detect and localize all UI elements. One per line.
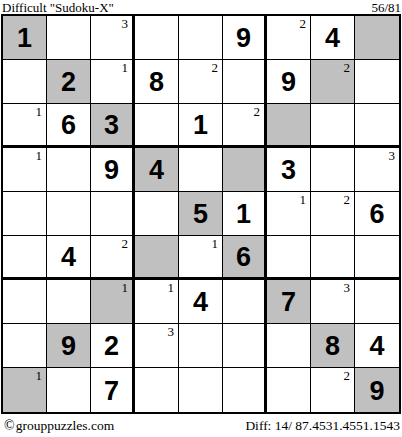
given-digit: 4: [61, 242, 76, 271]
cell-r4c3[interactable]: 9: [91, 148, 135, 192]
cell-r3c3[interactable]: 3: [91, 104, 135, 148]
given-digit: 9: [104, 155, 119, 184]
cell-r3c6[interactable]: 2: [223, 104, 267, 148]
cell-r7c4[interactable]: 1: [135, 280, 179, 324]
cell-r9c1[interactable]: 1: [3, 368, 47, 412]
pencil-mark: 1: [168, 281, 175, 294]
pencil-mark: 2: [300, 17, 307, 30]
pencil-mark: 1: [300, 193, 307, 206]
pencil-mark: 1: [122, 281, 129, 294]
cell-r3c5[interactable]: 1: [179, 104, 223, 148]
cell-r1c5[interactable]: [179, 16, 223, 60]
copyright: © grouppuzzles.com: [4, 418, 114, 433]
pencil-mark: 3: [344, 281, 351, 294]
cell-r6c8[interactable]: [311, 236, 355, 280]
pencil-mark: 2: [122, 237, 129, 250]
cell-r5c1[interactable]: [3, 192, 47, 236]
cell-r9c6[interactable]: [223, 368, 267, 412]
given-digit: 3: [104, 110, 119, 139]
cell-r4c4[interactable]: 4: [135, 148, 179, 192]
cell-r7c6[interactable]: [223, 280, 267, 324]
cell-r6c1[interactable]: [3, 236, 47, 280]
cell-r2c7[interactable]: 9: [267, 60, 311, 104]
cell-r2c1[interactable]: [3, 60, 47, 104]
cell-r1c4[interactable]: [135, 16, 179, 60]
given-digit: 1: [193, 110, 208, 139]
cell-r8c2[interactable]: 9: [47, 324, 91, 368]
pencil-mark: 2: [344, 193, 351, 206]
cell-r9c8[interactable]: 2: [311, 368, 355, 412]
cell-r2c3[interactable]: 1: [91, 60, 135, 104]
puzzle-page: Difficult "Sudoku-X" 56/81 1392421829216…: [0, 0, 402, 437]
cell-r5c2[interactable]: [47, 192, 91, 236]
cell-r2c9[interactable]: [355, 60, 399, 104]
cell-r6c9[interactable]: [355, 236, 399, 280]
copyright-icon: ©: [4, 418, 15, 433]
given-digit: 6: [236, 242, 251, 271]
cell-r4c9[interactable]: 3: [355, 148, 399, 192]
cell-r9c9[interactable]: 9: [355, 368, 399, 412]
cell-r4c5[interactable]: [179, 148, 223, 192]
cell-r1c8[interactable]: 4: [311, 16, 355, 60]
cell-r8c6[interactable]: [223, 324, 267, 368]
cell-r6c4[interactable]: [135, 236, 179, 280]
header: Difficult "Sudoku-X" 56/81: [0, 0, 402, 14]
progress-counter: 56/81: [371, 1, 401, 14]
cell-r7c3[interactable]: 1: [91, 280, 135, 324]
cell-r7c5[interactable]: 4: [179, 280, 223, 324]
given-digit: 9: [369, 376, 384, 405]
given-digit: 9: [236, 23, 251, 52]
cell-r7c7[interactable]: 7: [267, 280, 311, 324]
pencil-mark: 1: [36, 105, 43, 118]
sudoku-board: 1392421829216312194335112642161147392384…: [1, 14, 401, 414]
given-digit: 6: [61, 110, 76, 139]
pencil-mark: 3: [389, 149, 396, 162]
given-digit: 7: [281, 287, 296, 316]
given-digit: 4: [149, 155, 164, 184]
pencil-mark: 3: [122, 17, 129, 30]
cell-r2c2[interactable]: 2: [47, 60, 91, 104]
cell-r8c4[interactable]: 3: [135, 324, 179, 368]
cell-r7c9[interactable]: [355, 280, 399, 324]
given-digit: 3: [281, 155, 296, 184]
cell-r6c7[interactable]: [267, 236, 311, 280]
cell-r6c3[interactable]: 2: [91, 236, 135, 280]
cell-r5c8[interactable]: 2: [311, 192, 355, 236]
pencil-mark: 1: [36, 369, 43, 382]
cell-r9c7[interactable]: [267, 368, 311, 412]
pencil-mark: 2: [344, 369, 351, 382]
given-digit: 6: [369, 199, 384, 228]
cell-r7c8[interactable]: 3: [311, 280, 355, 324]
cell-r1c9[interactable]: [355, 16, 399, 60]
cell-r3c9[interactable]: [355, 104, 399, 148]
cell-r8c5[interactable]: [179, 324, 223, 368]
pencil-mark: 1: [212, 237, 219, 250]
cell-r4c1[interactable]: 1: [3, 148, 47, 192]
cell-r4c6[interactable]: [223, 148, 267, 192]
cell-r6c5[interactable]: 1: [179, 236, 223, 280]
given-digit: 4: [193, 287, 208, 316]
cell-r1c3[interactable]: 3: [91, 16, 135, 60]
cell-r2c8[interactable]: 2: [311, 60, 355, 104]
cell-r3c2[interactable]: 6: [47, 104, 91, 148]
cell-r5c6[interactable]: 1: [223, 192, 267, 236]
given-digit: 2: [61, 67, 76, 96]
cell-r4c8[interactable]: [311, 148, 355, 192]
given-digit: 1: [17, 23, 32, 52]
cell-r6c6[interactable]: 6: [223, 236, 267, 280]
given-digit: 1: [236, 199, 251, 228]
cell-r8c1[interactable]: [3, 324, 47, 368]
cell-r1c6[interactable]: 9: [223, 16, 267, 60]
given-digit: 7: [104, 376, 119, 405]
cell-r7c1[interactable]: [3, 280, 47, 324]
cell-r9c4[interactable]: [135, 368, 179, 412]
site-name: grouppuzzles.com: [16, 418, 115, 433]
given-digit: 8: [325, 331, 340, 360]
pencil-mark: 1: [122, 61, 129, 74]
cell-r8c9[interactable]: 4: [355, 324, 399, 368]
cell-r4c7[interactable]: 3: [267, 148, 311, 192]
given-digit: 8: [149, 67, 164, 96]
given-digit: 9: [61, 331, 76, 360]
cell-r2c6[interactable]: [223, 60, 267, 104]
difficulty-text: Diff: 14/ 87.4531.4551.1543: [245, 418, 400, 433]
cell-r3c1[interactable]: 1: [3, 104, 47, 148]
given-digit: 5: [193, 199, 208, 228]
given-digit: 9: [281, 67, 296, 96]
cell-r3c8[interactable]: [311, 104, 355, 148]
given-digit: 4: [369, 331, 384, 360]
cell-r5c3[interactable]: [91, 192, 135, 236]
cell-r1c2[interactable]: [47, 16, 91, 60]
cell-r9c5[interactable]: [179, 368, 223, 412]
cell-r5c5[interactable]: 5: [179, 192, 223, 236]
cell-r4c2[interactable]: [47, 148, 91, 192]
cell-r1c1[interactable]: 1: [3, 16, 47, 60]
cell-r1c7[interactable]: 2: [267, 16, 311, 60]
cell-r2c5[interactable]: 2: [179, 60, 223, 104]
cell-r8c7[interactable]: [267, 324, 311, 368]
cell-r5c9[interactable]: 6: [355, 192, 399, 236]
cell-r7c2[interactable]: [47, 280, 91, 324]
cell-r6c2[interactable]: 4: [47, 236, 91, 280]
cell-r5c4[interactable]: [135, 192, 179, 236]
pencil-mark: 3: [168, 325, 175, 338]
footer: © grouppuzzles.com Diff: 14/ 87.4531.455…: [0, 414, 402, 433]
cell-r8c8[interactable]: 8: [311, 324, 355, 368]
given-digit: 4: [325, 23, 340, 52]
cell-r5c7[interactable]: 1: [267, 192, 311, 236]
puzzle-title: Difficult "Sudoku-X": [2, 1, 114, 14]
pencil-mark: 1: [36, 149, 43, 162]
cell-r8c3[interactable]: 2: [91, 324, 135, 368]
pencil-mark: 2: [254, 105, 261, 118]
pencil-mark: 2: [344, 61, 351, 74]
cell-r3c7[interactable]: [267, 104, 311, 148]
given-digit: 2: [104, 331, 119, 360]
cell-r9c3[interactable]: 7: [91, 368, 135, 412]
cell-r9c2[interactable]: [47, 368, 91, 412]
cell-r2c4[interactable]: 8: [135, 60, 179, 104]
cell-r3c4[interactable]: [135, 104, 179, 148]
pencil-mark: 2: [212, 61, 219, 74]
